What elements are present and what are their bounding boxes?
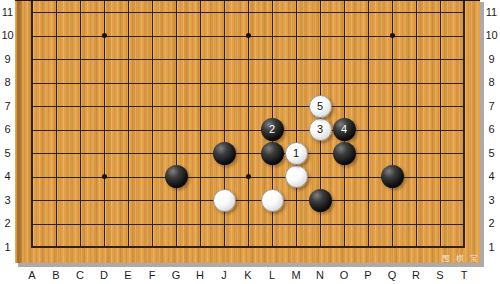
row-label-right-8: 8 (483, 76, 500, 89)
row-label-left-6: 6 (0, 123, 15, 136)
row-label-right-3: 3 (483, 194, 500, 207)
stone-white-N6[interactable]: 3 (309, 118, 332, 141)
grid-hline-2 (31, 224, 465, 225)
move-number-5: 5 (317, 101, 323, 112)
star-point-K4 (246, 174, 251, 179)
move-number-1: 1 (293, 148, 299, 159)
go-diagram: 24135 围棋宝典 11223344556677889910101111ABC… (0, 0, 500, 284)
row-label-right-4: 4 (483, 170, 500, 183)
grid-hline-8 (31, 83, 465, 84)
grid-vline-A (31, 0, 33, 248)
col-label-F: F (140, 269, 164, 282)
grid-hline-6 (31, 130, 465, 131)
grid-hline-11 (31, 12, 465, 13)
grid-vline-C (80, 0, 81, 248)
row-label-left-1: 1 (0, 241, 15, 254)
stone-black-Q4[interactable] (381, 165, 404, 188)
stone-black-N3[interactable] (309, 189, 332, 212)
row-label-right-6: 6 (483, 123, 500, 136)
row-label-left-11: 11 (0, 6, 15, 19)
grid-hline-5 (31, 153, 465, 154)
grid-vline-S (440, 0, 441, 248)
stone-black-J5[interactable] (213, 142, 236, 165)
watermark: 围棋宝典 (424, 253, 498, 265)
col-label-N: N (308, 269, 332, 282)
stone-black-L6[interactable]: 2 (261, 118, 284, 141)
grid-vline-P (368, 0, 369, 248)
col-label-P: P (356, 269, 380, 282)
col-label-S: S (428, 269, 452, 282)
grid-hline-9 (31, 59, 465, 60)
grid-hline-1 (31, 246, 465, 248)
col-label-J: J (212, 269, 236, 282)
row-label-left-2: 2 (0, 217, 15, 230)
row-label-left-10: 10 (0, 29, 15, 42)
row-label-left-7: 7 (0, 100, 15, 113)
col-label-M: M (284, 269, 308, 282)
grid-vline-F (152, 0, 153, 248)
star-point-D4 (102, 174, 107, 179)
grid-vline-B (56, 0, 57, 248)
row-label-left-3: 3 (0, 194, 15, 207)
col-label-O: O (332, 269, 356, 282)
row-label-right-1: 1 (483, 241, 500, 254)
stone-black-O6[interactable]: 4 (333, 118, 356, 141)
row-label-right-2: 2 (483, 217, 500, 230)
stone-white-J3[interactable] (213, 189, 236, 212)
stone-white-N7[interactable]: 5 (309, 95, 332, 118)
grid-vline-E (128, 0, 129, 248)
row-label-right-10: 10 (483, 29, 500, 42)
row-label-right-11: 11 (483, 6, 500, 19)
move-number-4: 4 (341, 124, 347, 135)
col-label-H: H (188, 269, 212, 282)
board-shadow-bottom (18, 263, 484, 267)
row-label-right-7: 7 (483, 100, 500, 113)
grid-vline-R (416, 0, 417, 248)
star-point-Q10 (390, 33, 395, 38)
grid-vline-T (463, 0, 465, 248)
col-label-R: R (404, 269, 428, 282)
grid-vline-H (200, 0, 201, 248)
row-label-left-5: 5 (0, 147, 15, 160)
col-label-T: T (452, 269, 476, 282)
col-label-Q: Q (380, 269, 404, 282)
row-label-left-9: 9 (0, 53, 15, 66)
col-label-E: E (116, 269, 140, 282)
col-label-A: A (20, 269, 44, 282)
stone-white-M5[interactable]: 1 (285, 142, 308, 165)
grid-vline-M (296, 0, 297, 248)
col-label-L: L (260, 269, 284, 282)
star-point-K10 (246, 33, 251, 38)
stone-white-L3[interactable] (261, 189, 284, 212)
col-label-K: K (236, 269, 260, 282)
col-label-G: G (164, 269, 188, 282)
stone-white-M4[interactable] (285, 165, 308, 188)
row-label-left-4: 4 (0, 170, 15, 183)
star-point-D10 (102, 33, 107, 38)
col-label-C: C (68, 269, 92, 282)
col-label-D: D (92, 269, 116, 282)
row-label-left-8: 8 (0, 76, 15, 89)
grid-vline-G (176, 0, 177, 248)
move-number-3: 3 (317, 124, 323, 135)
move-number-2: 2 (269, 124, 275, 135)
grid-hline-7 (31, 106, 465, 107)
stone-black-L5[interactable] (261, 142, 284, 165)
stone-black-G4[interactable] (165, 165, 188, 188)
row-label-right-9: 9 (483, 53, 500, 66)
grid-hline-3 (31, 200, 465, 201)
col-label-B: B (44, 269, 68, 282)
stone-black-O5[interactable] (333, 142, 356, 165)
go-board[interactable]: 24135 (15, 0, 480, 263)
row-label-right-5: 5 (483, 147, 500, 160)
